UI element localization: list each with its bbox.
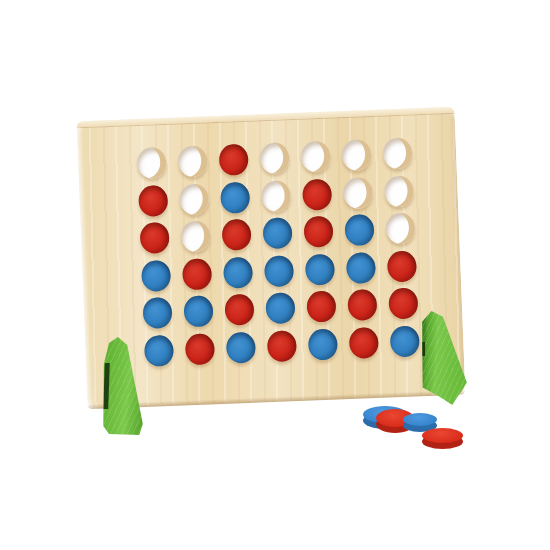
blue-disc	[264, 255, 294, 287]
cell-r1c3[interactable]	[213, 141, 255, 180]
blue-disc	[220, 182, 250, 214]
cell-r2c1[interactable]	[132, 181, 174, 220]
cell-r2c7[interactable]	[378, 172, 420, 211]
empty-hole	[342, 139, 372, 171]
cell-r1c1[interactable]	[131, 144, 173, 183]
cell-r2c2[interactable]	[173, 180, 215, 219]
cell-r4c6[interactable]	[340, 248, 382, 287]
loose-disc-4[interactable]	[422, 428, 463, 449]
empty-hole	[384, 175, 414, 207]
cell-r4c5[interactable]	[299, 250, 341, 289]
cell-r6c3[interactable]	[220, 328, 262, 367]
cell-r4c3[interactable]	[217, 253, 259, 292]
cell-r5c1[interactable]	[136, 294, 178, 333]
cell-r1c4[interactable]	[253, 139, 295, 178]
cell-r3c2[interactable]	[174, 217, 216, 256]
cell-r6c2[interactable]	[179, 330, 221, 369]
red-disc	[387, 250, 417, 282]
blue-disc	[144, 335, 174, 367]
red-disc	[303, 216, 333, 248]
cell-r3c6[interactable]	[338, 211, 380, 250]
red-disc	[267, 330, 297, 362]
empty-hole	[178, 146, 208, 178]
blue-disc	[346, 252, 376, 284]
cell-r5c2[interactable]	[177, 292, 219, 331]
blue-disc	[305, 253, 335, 285]
empty-hole	[301, 141, 331, 173]
blue-disc	[308, 328, 338, 360]
empty-hole	[261, 180, 291, 212]
blue-disc	[141, 260, 171, 292]
empty-hole	[179, 183, 209, 215]
red-disc	[182, 258, 212, 290]
red-disc	[140, 222, 170, 254]
empty-hole	[383, 138, 413, 170]
cell-r5c5[interactable]	[300, 287, 342, 326]
connect-four-board	[77, 107, 466, 409]
cell-r5c6[interactable]	[341, 286, 383, 325]
cell-r3c4[interactable]	[256, 214, 298, 253]
cell-r6c4[interactable]	[261, 326, 303, 365]
cell-r2c3[interactable]	[214, 178, 256, 217]
red-disc	[302, 178, 332, 210]
cell-r1c6[interactable]	[335, 136, 377, 175]
blue-disc	[226, 331, 256, 363]
cell-r2c4[interactable]	[255, 176, 297, 215]
empty-hole	[385, 213, 415, 245]
cell-r6c5[interactable]	[302, 325, 344, 364]
cell-r4c2[interactable]	[176, 255, 218, 294]
empty-hole	[137, 147, 167, 179]
cell-r1c5[interactable]	[294, 137, 336, 176]
product-photo-connect-four	[0, 0, 550, 550]
cell-r2c5[interactable]	[296, 175, 338, 214]
disc-top	[403, 413, 437, 426]
cell-r6c6[interactable]	[343, 323, 385, 362]
red-disc	[349, 327, 379, 359]
cell-r6c1[interactable]	[138, 331, 180, 370]
blue-disc	[142, 297, 172, 329]
blue-disc	[223, 256, 253, 288]
blue-disc	[183, 296, 213, 328]
cell-r5c3[interactable]	[218, 290, 260, 329]
holes-grid	[131, 134, 426, 370]
empty-hole	[181, 221, 211, 253]
cell-r3c3[interactable]	[215, 216, 257, 255]
cell-r4c7[interactable]	[381, 247, 423, 286]
cell-r3c7[interactable]	[379, 209, 421, 248]
cell-r4c4[interactable]	[258, 251, 300, 290]
empty-hole	[343, 177, 373, 209]
disc-top	[422, 428, 463, 443]
cell-r5c7[interactable]	[382, 284, 424, 323]
blue-disc	[265, 292, 295, 324]
cell-r1c7[interactable]	[376, 134, 418, 173]
red-disc	[306, 291, 336, 323]
cell-r2c6[interactable]	[337, 173, 379, 212]
cell-r3c5[interactable]	[297, 212, 339, 251]
blue-disc	[390, 325, 420, 357]
cell-r6c7[interactable]	[384, 322, 426, 361]
red-disc	[219, 144, 249, 176]
blue-disc	[262, 217, 292, 249]
red-disc	[347, 289, 377, 321]
empty-hole	[260, 142, 290, 174]
red-disc	[222, 219, 252, 251]
red-disc	[224, 294, 254, 326]
red-disc	[138, 185, 168, 217]
red-disc	[388, 288, 418, 320]
red-disc	[185, 333, 215, 365]
cell-r1c2[interactable]	[172, 142, 214, 181]
cell-r3c1[interactable]	[133, 219, 175, 258]
cell-r5c4[interactable]	[259, 289, 301, 328]
blue-disc	[344, 214, 374, 246]
cell-r4c1[interactable]	[135, 256, 177, 295]
